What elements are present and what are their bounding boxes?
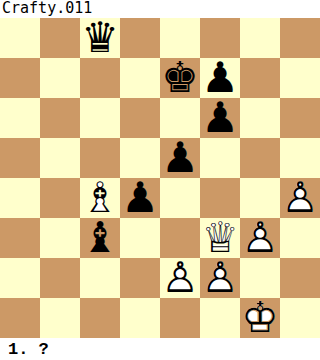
square-f4[interactable] <box>200 178 240 218</box>
square-g7[interactable] <box>240 58 280 98</box>
square-d8[interactable] <box>120 18 160 58</box>
square-c6[interactable] <box>80 98 120 138</box>
square-g1[interactable]: ♚♔ <box>240 298 280 338</box>
square-d6[interactable] <box>120 98 160 138</box>
white-bishop-icon: ♝♗ <box>80 178 120 218</box>
white-pawn-icon: ♟♙ <box>240 218 280 258</box>
square-g6[interactable] <box>240 98 280 138</box>
square-h3[interactable] <box>280 218 320 258</box>
square-f8[interactable] <box>200 18 240 58</box>
square-b1[interactable] <box>40 298 80 338</box>
black-king-icon: ♚ <box>160 58 200 98</box>
square-a4[interactable] <box>0 178 40 218</box>
square-d3[interactable] <box>120 218 160 258</box>
square-f5[interactable] <box>200 138 240 178</box>
square-b4[interactable] <box>40 178 80 218</box>
square-c4[interactable]: ♝♗ <box>80 178 120 218</box>
square-f7[interactable]: ♟ <box>200 58 240 98</box>
square-h2[interactable] <box>280 258 320 298</box>
square-b7[interactable] <box>40 58 80 98</box>
square-e7[interactable]: ♚ <box>160 58 200 98</box>
square-g2[interactable] <box>240 258 280 298</box>
white-pawn-icon: ♟♙ <box>160 258 200 298</box>
square-f6[interactable]: ♟ <box>200 98 240 138</box>
square-d1[interactable] <box>120 298 160 338</box>
square-e4[interactable] <box>160 178 200 218</box>
square-b8[interactable] <box>40 18 80 58</box>
square-b6[interactable] <box>40 98 80 138</box>
square-h1[interactable] <box>280 298 320 338</box>
square-g3[interactable]: ♟♙ <box>240 218 280 258</box>
square-d5[interactable] <box>120 138 160 178</box>
square-e2[interactable]: ♟♙ <box>160 258 200 298</box>
square-c7[interactable] <box>80 58 120 98</box>
square-e1[interactable] <box>160 298 200 338</box>
square-h4[interactable]: ♟♙ <box>280 178 320 218</box>
square-a1[interactable] <box>0 298 40 338</box>
square-c3[interactable]: ♝ <box>80 218 120 258</box>
square-h5[interactable] <box>280 138 320 178</box>
square-b5[interactable] <box>40 138 80 178</box>
square-a5[interactable] <box>0 138 40 178</box>
square-f3[interactable]: ♛♕ <box>200 218 240 258</box>
square-d2[interactable] <box>120 258 160 298</box>
square-d4[interactable]: ♟ <box>120 178 160 218</box>
square-c1[interactable] <box>80 298 120 338</box>
white-queen-icon: ♛♕ <box>200 218 240 258</box>
black-pawn-icon: ♟ <box>160 138 200 178</box>
square-g8[interactable] <box>240 18 280 58</box>
square-c5[interactable] <box>80 138 120 178</box>
square-a8[interactable] <box>0 18 40 58</box>
chess-board: ♛♚♟♟♟♝♗♟♟♙♝♛♕♟♙♟♙♟♙♚♔ <box>0 18 320 338</box>
black-pawn-icon: ♟ <box>200 98 240 138</box>
square-h8[interactable] <box>280 18 320 58</box>
square-f2[interactable]: ♟♙ <box>200 258 240 298</box>
black-pawn-icon: ♟ <box>120 178 160 218</box>
square-a3[interactable] <box>0 218 40 258</box>
white-pawn-icon: ♟♙ <box>200 258 240 298</box>
black-queen-icon: ♛ <box>80 18 120 58</box>
square-e6[interactable] <box>160 98 200 138</box>
white-pawn-icon: ♟♙ <box>280 178 320 218</box>
square-b2[interactable] <box>40 258 80 298</box>
square-a7[interactable] <box>0 58 40 98</box>
white-king-icon: ♚♔ <box>240 298 280 338</box>
square-g5[interactable] <box>240 138 280 178</box>
square-c8[interactable]: ♛ <box>80 18 120 58</box>
square-d7[interactable] <box>120 58 160 98</box>
square-c2[interactable] <box>80 258 120 298</box>
crafty-window: Crafty.011 ♛♚♟♟♟♝♗♟♟♙♝♛♕♟♙♟♙♟♙♚♔ 1. ? <box>0 0 320 359</box>
window-title: Crafty.011 <box>0 0 320 18</box>
square-g4[interactable] <box>240 178 280 218</box>
square-h6[interactable] <box>280 98 320 138</box>
square-h7[interactable] <box>280 58 320 98</box>
square-e5[interactable]: ♟ <box>160 138 200 178</box>
square-b3[interactable] <box>40 218 80 258</box>
square-e3[interactable] <box>160 218 200 258</box>
square-a2[interactable] <box>0 258 40 298</box>
square-a6[interactable] <box>0 98 40 138</box>
square-f1[interactable] <box>200 298 240 338</box>
black-bishop-icon: ♝ <box>80 218 120 258</box>
black-pawn-icon: ♟ <box>200 58 240 98</box>
square-e8[interactable] <box>160 18 200 58</box>
